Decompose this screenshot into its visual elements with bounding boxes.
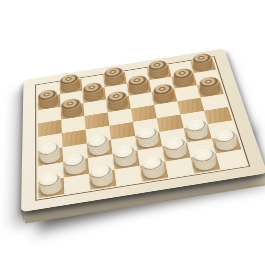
checkers-board (38, 58, 246, 198)
dark-square[interactable] (89, 170, 116, 190)
checker-man-tan[interactable] (63, 104, 83, 118)
board-pinstripe-border (35, 56, 250, 200)
dark-square[interactable] (84, 112, 109, 129)
light-square[interactable] (61, 116, 85, 133)
dark-square[interactable] (109, 122, 135, 140)
light-square[interactable] (108, 109, 133, 126)
product-photo (0, 0, 265, 265)
light-square[interactable] (115, 166, 143, 186)
dark-square[interactable] (131, 105, 157, 122)
checker-man-cream[interactable] (115, 152, 138, 168)
board-left-edge (21, 81, 26, 222)
dark-square[interactable] (157, 114, 184, 132)
board-perspective-wrapper (21, 49, 265, 213)
light-square[interactable] (64, 174, 91, 194)
light-square[interactable] (216, 150, 246, 170)
checker-man-cream[interactable] (41, 179, 63, 196)
board-frame (21, 49, 265, 213)
checker-man-cream[interactable] (214, 136, 239, 152)
board-orientation-wrapper (5, 0, 261, 250)
checker-man-cream[interactable] (193, 155, 218, 171)
checker-man-tan[interactable] (154, 90, 175, 104)
dark-square[interactable] (177, 98, 204, 115)
checker-man-tan[interactable] (62, 80, 81, 93)
light-square[interactable] (165, 158, 194, 178)
light-square[interactable] (38, 107, 61, 124)
checker-man-cream[interactable] (142, 163, 166, 180)
checker-man-tan[interactable] (129, 81, 150, 94)
checker-man-tan[interactable] (108, 97, 129, 111)
light-square[interactable] (154, 101, 180, 118)
dark-square[interactable] (38, 178, 64, 198)
checker-man-cream[interactable] (91, 171, 114, 188)
dark-square[interactable] (140, 162, 168, 182)
